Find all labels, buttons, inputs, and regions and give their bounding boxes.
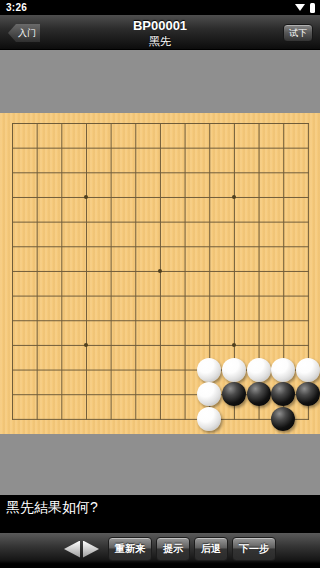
toolbar-buttons: 重新来 提示 后退 下一步	[108, 537, 276, 561]
clock: 3:26	[0, 2, 27, 13]
board-intersection[interactable]	[172, 333, 197, 358]
board-intersection[interactable]	[246, 234, 271, 259]
board-intersection[interactable]	[74, 160, 99, 185]
white-stone	[197, 382, 221, 406]
board-intersection[interactable]	[222, 259, 247, 284]
white-stone	[197, 358, 221, 382]
board-intersection[interactable]	[296, 259, 320, 284]
board-intersection[interactable]	[172, 407, 197, 432]
board-intersection[interactable]	[296, 234, 320, 259]
board-intersection[interactable]	[74, 234, 99, 259]
board-intersection[interactable]	[222, 160, 247, 185]
board-intersection[interactable]	[98, 283, 123, 308]
board-intersection[interactable]	[222, 113, 247, 135]
board-intersection[interactable]	[0, 308, 24, 333]
board-intersection[interactable]	[246, 382, 271, 407]
board-intersection[interactable]	[296, 185, 320, 210]
board-intersection[interactable]	[246, 185, 271, 210]
board-intersection[interactable]	[98, 382, 123, 407]
board-intersection[interactable]	[123, 308, 148, 333]
board-intersection[interactable]	[172, 160, 197, 185]
board-intersection[interactable]	[74, 333, 99, 358]
board-intersection[interactable]	[0, 160, 24, 185]
board-intersection[interactable]	[148, 357, 173, 382]
board-intersection[interactable]	[24, 407, 49, 432]
board-intersection[interactable]	[49, 308, 74, 333]
board-intersection[interactable]	[24, 283, 49, 308]
board-intersection[interactable]	[74, 357, 99, 382]
board-intersection[interactable]	[197, 283, 222, 308]
battery-icon	[310, 3, 315, 13]
prev-arrow-icon[interactable]	[64, 541, 80, 558]
board-intersection[interactable]	[271, 283, 296, 308]
board-intersection[interactable]	[296, 209, 320, 234]
board-intersection[interactable]	[296, 135, 320, 160]
black-stone	[296, 382, 320, 406]
board-intersection[interactable]	[222, 185, 247, 210]
board-intersection[interactable]	[197, 185, 222, 210]
white-stone	[247, 358, 271, 382]
board-intersection[interactable]	[197, 382, 222, 407]
board-intersection[interactable]	[172, 308, 197, 333]
board-intersection[interactable]	[24, 259, 49, 284]
board-intersection[interactable]	[271, 259, 296, 284]
board-intersection[interactable]	[271, 135, 296, 160]
board-intersection[interactable]	[222, 209, 247, 234]
next-arrow-icon[interactable]	[83, 541, 99, 558]
board-intersection[interactable]	[172, 283, 197, 308]
board-intersection[interactable]	[172, 259, 197, 284]
board-intersection[interactable]	[24, 333, 49, 358]
board-intersection[interactable]	[98, 308, 123, 333]
board-intersection[interactable]	[296, 333, 320, 358]
board-intersection[interactable]	[148, 382, 173, 407]
board-intersection[interactable]	[148, 185, 173, 210]
board-intersection[interactable]	[172, 382, 197, 407]
black-stone	[271, 407, 295, 431]
board-intersection[interactable]	[222, 407, 247, 432]
board-intersection[interactable]	[148, 160, 173, 185]
board-intersection[interactable]	[148, 113, 173, 135]
undo-button[interactable]: 后退	[194, 537, 228, 561]
black-stone	[271, 382, 295, 406]
board-intersection[interactable]	[148, 209, 173, 234]
board-intersection[interactable]	[24, 113, 49, 135]
board-intersection[interactable]	[222, 333, 247, 358]
board-intersection[interactable]	[49, 407, 74, 432]
board-intersection[interactable]	[0, 259, 24, 284]
board-intersection[interactable]	[222, 135, 247, 160]
board-intersection[interactable]	[172, 209, 197, 234]
board-intersection[interactable]	[246, 160, 271, 185]
board-intersection[interactable]	[49, 283, 74, 308]
board-intersection[interactable]	[74, 209, 99, 234]
board-intersection[interactable]	[148, 259, 173, 284]
board-intersection[interactable]	[98, 135, 123, 160]
board-intersection[interactable]	[98, 333, 123, 358]
board-intersection[interactable]	[74, 382, 99, 407]
board-intersection[interactable]	[271, 185, 296, 210]
board-intersection[interactable]	[271, 333, 296, 358]
problem-message-bar: 黑先結果如何?	[0, 495, 320, 533]
board-intersection[interactable]	[74, 113, 99, 135]
board-intersection[interactable]	[197, 234, 222, 259]
board-intersection[interactable]	[148, 234, 173, 259]
board-intersection[interactable]	[49, 160, 74, 185]
board-intersection[interactable]	[98, 407, 123, 432]
white-stone	[197, 407, 221, 431]
board-intersection[interactable]	[49, 135, 74, 160]
white-stone	[271, 358, 295, 382]
board-intersection[interactable]	[0, 407, 24, 432]
board-intersection[interactable]	[172, 113, 197, 135]
status-bar: 3:26	[0, 0, 320, 15]
board-intersection[interactable]	[0, 357, 24, 382]
problem-message: 黑先結果如何?	[6, 499, 98, 515]
board-intersection[interactable]	[172, 357, 197, 382]
board-intersection[interactable]	[246, 259, 271, 284]
board-intersection[interactable]	[123, 209, 148, 234]
board-intersection[interactable]	[148, 135, 173, 160]
board-intersection[interactable]	[197, 308, 222, 333]
board-intersection[interactable]	[246, 209, 271, 234]
next-step-button[interactable]: 下一步	[232, 537, 276, 561]
board-intersection[interactable]	[148, 308, 173, 333]
page-subtitle: 黑先	[0, 34, 320, 49]
board-intersection[interactable]	[246, 113, 271, 135]
black-stone	[222, 382, 246, 406]
board-intersection[interactable]	[123, 333, 148, 358]
board-intersection[interactable]	[123, 357, 148, 382]
bottom-toolbar: 重新来 提示 后退 下一步	[0, 533, 320, 568]
board-intersection[interactable]	[246, 333, 271, 358]
board-intersection[interactable]	[24, 234, 49, 259]
header-bar: 入门 BP00001 黑先 试下	[0, 15, 320, 50]
board-intersection[interactable]	[49, 113, 74, 135]
board-intersection[interactable]	[123, 160, 148, 185]
board-intersection[interactable]	[271, 160, 296, 185]
board-intersection[interactable]	[148, 283, 173, 308]
board-intersection[interactable]	[246, 135, 271, 160]
board-intersection[interactable]	[296, 382, 320, 407]
board-intersection[interactable]	[24, 209, 49, 234]
board-intersection[interactable]	[197, 135, 222, 160]
board-intersection[interactable]	[123, 407, 148, 432]
board-intersection[interactable]	[197, 357, 222, 382]
board-intersection[interactable]	[24, 308, 49, 333]
board-intersection[interactable]	[271, 113, 296, 135]
board-intersection[interactable]	[222, 283, 247, 308]
board-intersection[interactable]	[222, 357, 247, 382]
board-intersection[interactable]	[296, 357, 320, 382]
board-intersection[interactable]	[197, 333, 222, 358]
board-intersection[interactable]	[74, 407, 99, 432]
board-intersection[interactable]	[123, 185, 148, 210]
board-intersection[interactable]	[0, 382, 24, 407]
goban-cells	[0, 113, 320, 431]
board-intersection[interactable]	[222, 234, 247, 259]
board-intersection[interactable]	[271, 382, 296, 407]
hint-button[interactable]: 提示	[156, 537, 190, 561]
board-intersection[interactable]	[98, 357, 123, 382]
board-intersection[interactable]	[74, 259, 99, 284]
page-title: BP00001	[0, 18, 320, 33]
board-intersection[interactable]	[197, 259, 222, 284]
board-intersection[interactable]	[271, 234, 296, 259]
nav-arrows	[64, 541, 99, 558]
board-intersection[interactable]	[0, 135, 24, 160]
board-intersection[interactable]	[271, 357, 296, 382]
board-intersection[interactable]	[222, 382, 247, 407]
white-stone	[222, 358, 246, 382]
board-intersection[interactable]	[49, 234, 74, 259]
board-intersection[interactable]	[74, 135, 99, 160]
board-intersection[interactable]	[98, 209, 123, 234]
board-intersection[interactable]	[296, 407, 320, 432]
board-intersection[interactable]	[246, 308, 271, 333]
board-intersection[interactable]	[271, 407, 296, 432]
restart-button[interactable]: 重新来	[108, 537, 152, 561]
board-intersection[interactable]	[123, 135, 148, 160]
board-intersection[interactable]	[296, 283, 320, 308]
board-intersection[interactable]	[271, 308, 296, 333]
board-intersection[interactable]	[24, 185, 49, 210]
board-intersection[interactable]	[74, 185, 99, 210]
board-intersection[interactable]	[123, 283, 148, 308]
board-intersection[interactable]	[0, 209, 24, 234]
board-intersection[interactable]	[197, 113, 222, 135]
board-intersection[interactable]	[246, 357, 271, 382]
board-intersection[interactable]	[172, 234, 197, 259]
board-intersection[interactable]	[246, 407, 271, 432]
board-intersection[interactable]	[123, 234, 148, 259]
board-intersection[interactable]	[271, 209, 296, 234]
white-stone	[296, 358, 320, 382]
board-intersection[interactable]	[197, 160, 222, 185]
board-intersection[interactable]	[296, 160, 320, 185]
board-intersection[interactable]	[0, 234, 24, 259]
board-intersection[interactable]	[123, 259, 148, 284]
board-intersection[interactable]	[24, 357, 49, 382]
board-intersection[interactable]	[0, 113, 24, 135]
board-intersection[interactable]	[0, 333, 24, 358]
wifi-icon	[295, 4, 305, 11]
go-board[interactable]	[0, 113, 320, 434]
board-intersection[interactable]	[172, 135, 197, 160]
board-intersection[interactable]	[74, 308, 99, 333]
board-intersection[interactable]	[148, 333, 173, 358]
board-intersection[interactable]	[24, 160, 49, 185]
board-intersection[interactable]	[296, 308, 320, 333]
board-intersection[interactable]	[197, 209, 222, 234]
board-intersection[interactable]	[123, 382, 148, 407]
board-intersection[interactable]	[49, 382, 74, 407]
board-intersection[interactable]	[296, 113, 320, 135]
board-intersection[interactable]	[24, 382, 49, 407]
board-intersection[interactable]	[98, 160, 123, 185]
black-stone	[247, 382, 271, 406]
board-intersection[interactable]	[148, 407, 173, 432]
try-button[interactable]: 试下	[283, 24, 313, 42]
board-intersection[interactable]	[49, 357, 74, 382]
board-intersection[interactable]	[197, 407, 222, 432]
board-intersection[interactable]	[49, 209, 74, 234]
board-intersection[interactable]	[98, 113, 123, 135]
board-intersection[interactable]	[98, 259, 123, 284]
board-intersection[interactable]	[49, 185, 74, 210]
board-intersection[interactable]	[0, 185, 24, 210]
board-intersection[interactable]	[24, 135, 49, 160]
board-intersection[interactable]	[123, 113, 148, 135]
board-intersection[interactable]	[222, 308, 247, 333]
board-intersection[interactable]	[172, 185, 197, 210]
board-intersection[interactable]	[74, 283, 99, 308]
board-intersection[interactable]	[49, 259, 74, 284]
board-intersection[interactable]	[0, 283, 24, 308]
board-intersection[interactable]	[246, 283, 271, 308]
board-intersection[interactable]	[98, 185, 123, 210]
board-intersection[interactable]	[49, 333, 74, 358]
board-intersection[interactable]	[98, 234, 123, 259]
